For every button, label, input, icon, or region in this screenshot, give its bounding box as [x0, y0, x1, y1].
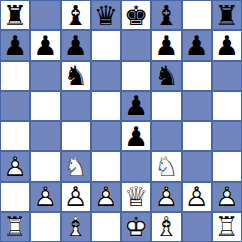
- white-rook[interactable]: ♜♖: [212, 212, 242, 242]
- square-f8[interactable]: ♝: [151, 0, 181, 30]
- square-d7[interactable]: [91, 30, 121, 60]
- square-e2[interactable]: ♛♕: [121, 182, 151, 212]
- black-piece-glyph: ♞: [61, 61, 91, 91]
- white-piece-outline-glyph: ♙: [212, 182, 242, 212]
- black-king[interactable]: ♚: [121, 0, 151, 30]
- white-queen[interactable]: ♛♕: [121, 182, 151, 212]
- black-piece-glyph: ♟: [121, 121, 151, 151]
- black-piece-glyph: ♜: [0, 0, 30, 30]
- square-f5[interactable]: [151, 91, 181, 121]
- black-rook[interactable]: ♜: [0, 0, 30, 30]
- black-pawn[interactable]: ♟: [61, 30, 91, 60]
- square-e7[interactable]: [121, 30, 151, 60]
- black-piece-glyph: ♟: [151, 30, 181, 60]
- white-pawn[interactable]: ♟♙: [0, 151, 30, 181]
- square-g5[interactable]: [182, 91, 212, 121]
- square-h2[interactable]: ♟♙: [212, 182, 242, 212]
- black-piece-glyph: ♛: [91, 0, 121, 30]
- white-king[interactable]: ♚♔: [121, 212, 151, 242]
- white-pawn[interactable]: ♟♙: [91, 182, 121, 212]
- black-pawn[interactable]: ♟: [30, 30, 60, 60]
- black-pawn[interactable]: ♟: [212, 30, 242, 60]
- white-piece-outline-glyph: ♗: [61, 212, 91, 242]
- square-a7[interactable]: ♟: [0, 30, 30, 60]
- square-h5[interactable]: [212, 91, 242, 121]
- square-d4[interactable]: [91, 121, 121, 151]
- square-f7[interactable]: ♟: [151, 30, 181, 60]
- square-b3[interactable]: [30, 151, 60, 181]
- square-g7[interactable]: ♟: [182, 30, 212, 60]
- white-pawn[interactable]: ♟♙: [151, 182, 181, 212]
- white-piece-outline-glyph: ♙: [182, 182, 212, 212]
- white-pawn[interactable]: ♟♙: [212, 182, 242, 212]
- black-knight[interactable]: ♞: [61, 61, 91, 91]
- black-piece-glyph: ♜: [212, 0, 242, 30]
- square-g2[interactable]: ♟♙: [182, 182, 212, 212]
- white-piece-outline-glyph: ♘: [151, 151, 181, 181]
- square-d3[interactable]: [91, 151, 121, 181]
- square-h4[interactable]: [212, 121, 242, 151]
- square-h7[interactable]: ♟: [212, 30, 242, 60]
- black-piece-glyph: ♝: [61, 0, 91, 30]
- square-f2[interactable]: ♟♙: [151, 182, 181, 212]
- square-b8[interactable]: [30, 0, 60, 30]
- square-g3[interactable]: [182, 151, 212, 181]
- square-g6[interactable]: [182, 61, 212, 91]
- black-piece-glyph: ♟: [0, 30, 30, 60]
- square-g4[interactable]: [182, 121, 212, 151]
- square-d6[interactable]: [91, 61, 121, 91]
- black-piece-glyph: ♟: [121, 91, 151, 121]
- black-piece-glyph: ♞: [151, 61, 181, 91]
- square-g1[interactable]: [182, 212, 212, 242]
- square-a6[interactable]: [0, 61, 30, 91]
- square-e8[interactable]: ♚: [121, 0, 151, 30]
- black-piece-glyph: ♟: [212, 30, 242, 60]
- black-bishop[interactable]: ♝: [61, 0, 91, 30]
- white-piece-outline-glyph: ♖: [0, 212, 30, 242]
- square-b5[interactable]: [30, 91, 60, 121]
- white-knight[interactable]: ♞♘: [151, 151, 181, 181]
- square-c8[interactable]: ♝: [61, 0, 91, 30]
- square-d5[interactable]: [91, 91, 121, 121]
- black-piece-glyph: ♝: [151, 0, 181, 30]
- white-piece-outline-glyph: ♖: [212, 212, 242, 242]
- black-piece-glyph: ♟: [182, 30, 212, 60]
- black-knight[interactable]: ♞: [151, 61, 181, 91]
- square-a4[interactable]: [0, 121, 30, 151]
- square-f6[interactable]: ♞: [151, 61, 181, 91]
- square-d1[interactable]: [91, 212, 121, 242]
- black-piece-glyph: ♟: [61, 30, 91, 60]
- square-c2[interactable]: ♟♙: [61, 182, 91, 212]
- black-piece-glyph: ♚: [121, 0, 151, 30]
- square-e3[interactable]: [121, 151, 151, 181]
- black-pawn[interactable]: ♟: [182, 30, 212, 60]
- square-f4[interactable]: [151, 121, 181, 151]
- white-bishop[interactable]: ♝♗: [151, 212, 181, 242]
- white-piece-outline-glyph: ♗: [151, 212, 181, 242]
- white-piece-outline-glyph: ♔: [121, 212, 151, 242]
- white-piece-outline-glyph: ♙: [61, 182, 91, 212]
- square-d8[interactable]: ♛: [91, 0, 121, 30]
- chess-board: ♜♝♛♚♝♜♟♟♟♟♟♟♞♞♟♟♟♙♞♘♞♘♟♙♟♙♟♙♛♕♟♙♟♙♟♙♜♖♝♗…: [0, 0, 242, 242]
- square-c1[interactable]: ♝♗: [61, 212, 91, 242]
- black-pawn[interactable]: ♟: [151, 30, 181, 60]
- square-c3[interactable]: ♞♘: [61, 151, 91, 181]
- square-e6[interactable]: [121, 61, 151, 91]
- square-a2[interactable]: [0, 182, 30, 212]
- white-bishop[interactable]: ♝♗: [61, 212, 91, 242]
- square-a3[interactable]: ♟♙: [0, 151, 30, 181]
- square-c5[interactable]: [61, 91, 91, 121]
- white-pawn[interactable]: ♟♙: [30, 182, 60, 212]
- square-b2[interactable]: ♟♙: [30, 182, 60, 212]
- square-c7[interactable]: ♟: [61, 30, 91, 60]
- square-e5[interactable]: ♟: [121, 91, 151, 121]
- square-a8[interactable]: ♜: [0, 0, 30, 30]
- black-bishop[interactable]: ♝: [151, 0, 181, 30]
- square-f3[interactable]: ♞♘: [151, 151, 181, 181]
- square-h6[interactable]: [212, 61, 242, 91]
- white-piece-outline-glyph: ♙: [0, 151, 30, 181]
- white-pawn[interactable]: ♟♙: [61, 182, 91, 212]
- square-h3[interactable]: [212, 151, 242, 181]
- white-piece-outline-glyph: ♙: [30, 182, 60, 212]
- square-d2[interactable]: ♟♙: [91, 182, 121, 212]
- white-piece-outline-glyph: ♕: [121, 182, 151, 212]
- white-rook[interactable]: ♜♖: [0, 212, 30, 242]
- square-e1[interactable]: ♚♔: [121, 212, 151, 242]
- white-piece-outline-glyph: ♘: [61, 151, 91, 181]
- square-b7[interactable]: ♟: [30, 30, 60, 60]
- square-b4[interactable]: [30, 121, 60, 151]
- square-b6[interactable]: [30, 61, 60, 91]
- square-c6[interactable]: ♞: [61, 61, 91, 91]
- black-piece-glyph: ♟: [30, 30, 60, 60]
- square-h1[interactable]: ♜♖: [212, 212, 242, 242]
- white-pawn[interactable]: ♟♙: [182, 182, 212, 212]
- white-piece-outline-glyph: ♙: [91, 182, 121, 212]
- white-piece-outline-glyph: ♙: [151, 182, 181, 212]
- square-f1[interactable]: ♝♗: [151, 212, 181, 242]
- black-pawn[interactable]: ♟: [0, 30, 30, 60]
- square-b1[interactable]: [30, 212, 60, 242]
- square-c4[interactable]: [61, 121, 91, 151]
- square-h8[interactable]: ♜: [212, 0, 242, 30]
- square-g8[interactable]: [182, 0, 212, 30]
- black-pawn[interactable]: ♟: [121, 121, 151, 151]
- square-a5[interactable]: [0, 91, 30, 121]
- black-rook[interactable]: ♜: [212, 0, 242, 30]
- black-pawn[interactable]: ♟: [121, 91, 151, 121]
- square-e4[interactable]: ♟: [121, 121, 151, 151]
- white-knight[interactable]: ♞♘: [61, 151, 91, 181]
- black-queen[interactable]: ♛: [91, 0, 121, 30]
- square-a1[interactable]: ♜♖: [0, 212, 30, 242]
